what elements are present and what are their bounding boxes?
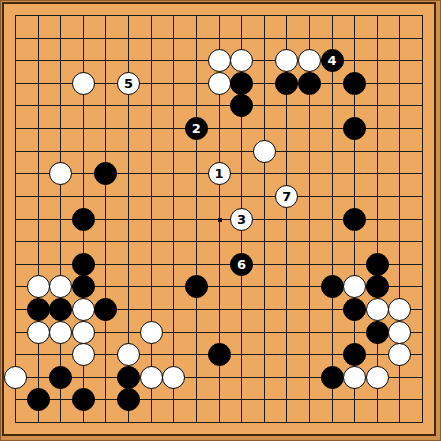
stone-white — [366, 298, 389, 321]
grid-line-vertical — [377, 15, 378, 423]
stone-black — [321, 366, 344, 389]
stone-white — [162, 366, 185, 389]
star-point — [218, 218, 222, 222]
stone-white — [72, 343, 95, 366]
stone-white — [27, 321, 50, 344]
stone-black-move-4: 4 — [321, 49, 344, 72]
stone-white — [208, 72, 231, 95]
stone-black — [27, 298, 50, 321]
stone-black — [321, 275, 344, 298]
stone-black — [366, 275, 389, 298]
stone-black — [343, 208, 366, 231]
stone-black — [343, 72, 366, 95]
grid-line-horizontal — [15, 241, 423, 242]
stone-black — [72, 275, 95, 298]
stone-white — [343, 366, 366, 389]
stone-black — [27, 388, 50, 411]
stone-black-move-2: 2 — [185, 117, 208, 140]
stone-white — [72, 298, 95, 321]
stone-black-move-6: 6 — [230, 253, 253, 276]
stone-black — [49, 366, 72, 389]
stone-black — [117, 366, 140, 389]
stone-black — [49, 298, 72, 321]
stone-black — [230, 72, 253, 95]
stone-black — [275, 72, 298, 95]
stone-white — [72, 72, 95, 95]
stone-white-move-3: 3 — [230, 208, 253, 231]
stone-white — [140, 321, 163, 344]
stone-white — [208, 49, 231, 72]
stone-white — [388, 321, 411, 344]
stone-white — [140, 366, 163, 389]
stone-white — [27, 275, 50, 298]
go-board[interactable]: 4521736 — [0, 0, 441, 441]
stone-white — [4, 366, 27, 389]
stone-black — [72, 208, 95, 231]
grid-line-vertical — [332, 15, 333, 423]
grid-line-vertical — [264, 15, 265, 423]
stone-white — [49, 321, 72, 344]
stone-white — [366, 366, 389, 389]
stone-white — [72, 321, 95, 344]
stone-white — [298, 49, 321, 72]
stone-white — [253, 140, 276, 163]
stone-black — [298, 72, 321, 95]
stone-black — [343, 298, 366, 321]
stone-white-move-1: 1 — [208, 162, 231, 185]
grid-line-horizontal — [15, 422, 423, 423]
stone-black — [72, 253, 95, 276]
stone-white-move-5: 5 — [117, 72, 140, 95]
stone-black — [366, 253, 389, 276]
grid-line-vertical — [422, 15, 423, 423]
stone-black — [366, 321, 389, 344]
stone-black — [208, 343, 231, 366]
